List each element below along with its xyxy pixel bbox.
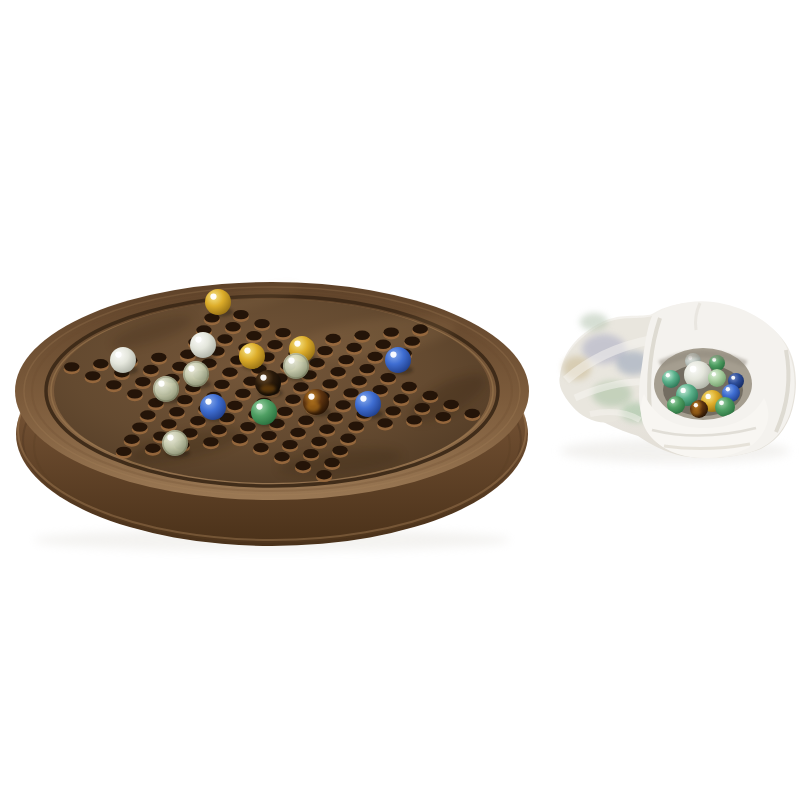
board-hole xyxy=(343,388,358,397)
marble-body xyxy=(385,347,411,373)
board-hole xyxy=(324,458,339,467)
board-hole xyxy=(140,410,155,419)
board-hole xyxy=(143,365,158,374)
marble-body xyxy=(200,394,226,420)
marble-body xyxy=(162,430,188,456)
marble-body xyxy=(190,332,216,358)
marble-body xyxy=(153,376,179,402)
specular-highlight xyxy=(690,366,697,373)
product-photo-scene xyxy=(0,0,800,800)
marble-body xyxy=(662,370,680,388)
board-hole xyxy=(375,340,390,349)
board-hole xyxy=(293,382,308,391)
specular-highlight xyxy=(210,293,216,299)
board-hole xyxy=(145,444,160,453)
board-hole xyxy=(290,428,305,437)
specular-highlight xyxy=(731,376,735,380)
board-hole xyxy=(444,400,459,409)
amber-glow xyxy=(260,385,276,393)
board-hole xyxy=(274,452,289,461)
board-hole xyxy=(380,373,395,382)
board-hole xyxy=(335,400,350,409)
board-hole xyxy=(161,419,176,428)
board-hole xyxy=(135,377,150,386)
specular-highlight xyxy=(726,387,730,391)
marble-body xyxy=(283,353,309,379)
board-hole xyxy=(267,340,282,349)
board-hole xyxy=(85,371,100,380)
board-hole xyxy=(240,422,255,431)
marble-body xyxy=(110,347,136,373)
board-hole xyxy=(348,421,363,430)
chinese-checkers-board xyxy=(15,280,529,551)
board-hole xyxy=(261,431,276,440)
board-hole xyxy=(385,406,400,415)
board-hole xyxy=(246,331,261,340)
marble-body xyxy=(690,400,708,418)
fabric-tint xyxy=(580,313,608,331)
specular-highlight xyxy=(671,399,675,403)
marble-amber xyxy=(690,400,708,418)
board-hole xyxy=(132,422,147,431)
specular-highlight xyxy=(712,372,716,376)
specular-highlight xyxy=(205,398,211,404)
board-hole xyxy=(64,362,79,371)
specular-highlight xyxy=(115,351,121,357)
board-hole xyxy=(253,443,268,452)
board-hole xyxy=(346,343,361,352)
specular-highlight xyxy=(256,403,262,409)
specular-highlight xyxy=(719,400,724,405)
board-hole xyxy=(217,334,232,343)
board-hole xyxy=(295,461,310,470)
board-hole xyxy=(127,389,142,398)
marble-body xyxy=(251,399,277,425)
marble-bag xyxy=(560,301,796,463)
board-hole xyxy=(405,336,420,345)
board-hole xyxy=(93,359,108,368)
specular-highlight xyxy=(195,336,201,342)
board-hole xyxy=(325,334,340,343)
board-hole xyxy=(298,416,313,425)
board-hole xyxy=(211,425,226,434)
board-hole xyxy=(203,437,218,446)
board-hole xyxy=(222,368,237,377)
board-hole xyxy=(275,328,290,337)
amber-glow xyxy=(691,409,701,416)
marble-body xyxy=(708,369,726,387)
board-hole xyxy=(415,403,430,412)
board-hole xyxy=(406,415,421,424)
board-hole xyxy=(351,376,366,385)
board-hole xyxy=(225,322,240,331)
specular-highlight xyxy=(294,340,300,346)
board-hole xyxy=(402,382,417,391)
amber-glow xyxy=(306,401,320,411)
board-hole xyxy=(367,352,382,361)
board-hole xyxy=(232,434,247,443)
specular-highlight xyxy=(360,395,366,401)
board-hole xyxy=(423,391,438,400)
board-hole xyxy=(338,355,353,364)
specular-highlight xyxy=(666,373,670,377)
marble-body xyxy=(239,343,265,369)
board-hole xyxy=(436,412,451,421)
board-hole xyxy=(332,446,347,455)
marble-teal xyxy=(662,370,680,388)
board-hole xyxy=(340,434,355,443)
specular-highlight xyxy=(390,351,396,357)
marble-palegreen xyxy=(708,369,726,387)
board-hole xyxy=(311,437,326,446)
board-hole xyxy=(106,380,121,389)
specular-highlight xyxy=(706,394,711,399)
board-hole xyxy=(319,425,334,434)
board-hole xyxy=(285,394,300,403)
board-hole xyxy=(322,379,337,388)
specular-highlight xyxy=(244,347,250,353)
board-hole xyxy=(233,310,248,319)
marble-body xyxy=(355,391,381,417)
board-hole xyxy=(214,380,229,389)
board-hole xyxy=(317,346,332,355)
board-hole xyxy=(330,367,345,376)
scene-canvas xyxy=(0,0,800,800)
specular-highlight xyxy=(260,374,266,380)
board-hole xyxy=(227,401,242,410)
board-hole xyxy=(116,447,131,456)
board-hole xyxy=(151,353,166,362)
board-hole xyxy=(413,324,428,333)
board-hole xyxy=(303,449,318,458)
board-hole xyxy=(359,364,374,373)
board-hole xyxy=(282,440,297,449)
specular-highlight xyxy=(308,393,314,399)
board-hole xyxy=(254,319,269,328)
board-hole xyxy=(316,470,331,479)
specular-highlight xyxy=(158,380,164,386)
specular-highlight xyxy=(167,434,173,440)
board-hole xyxy=(235,389,250,398)
board-hole xyxy=(377,418,392,427)
board-hole xyxy=(277,407,292,416)
specular-highlight xyxy=(288,357,294,363)
board-hole xyxy=(384,327,399,336)
board-hole xyxy=(393,394,408,403)
board-hole xyxy=(190,416,205,425)
board-hole xyxy=(465,409,480,418)
board-hole xyxy=(124,435,139,444)
board-hole xyxy=(354,331,369,340)
marble-body xyxy=(205,289,231,315)
specular-highlight xyxy=(694,403,698,407)
marble-body xyxy=(183,361,209,387)
specular-highlight xyxy=(681,388,686,393)
specular-highlight xyxy=(188,365,194,371)
board-hole xyxy=(169,407,184,416)
